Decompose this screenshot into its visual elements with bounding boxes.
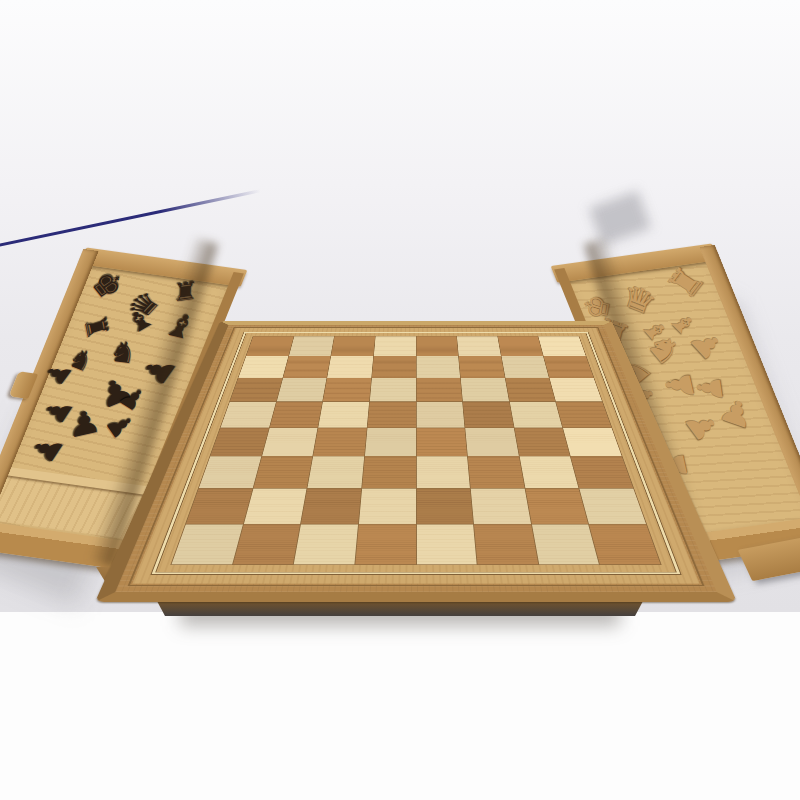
square-h6 xyxy=(550,378,602,401)
dark-pawn-piece: ♟ xyxy=(66,404,102,443)
square-h5 xyxy=(556,402,611,428)
square-c2 xyxy=(301,489,361,524)
square-g1 xyxy=(532,525,599,565)
square-a8 xyxy=(246,336,293,356)
square-c6 xyxy=(323,378,371,401)
square-f5 xyxy=(463,402,514,428)
board-inlay-border xyxy=(152,332,681,574)
dark-knight-piece: ♞ xyxy=(105,338,142,369)
square-h3 xyxy=(571,457,633,489)
square-f6 xyxy=(461,378,509,401)
square-e5 xyxy=(416,402,464,428)
square-c1 xyxy=(294,525,358,565)
square-f1 xyxy=(474,525,538,565)
square-h8 xyxy=(539,336,586,356)
square-c4 xyxy=(313,428,366,456)
dark-pawn-piece: ♟ xyxy=(25,432,71,467)
backdrop-floor xyxy=(0,612,800,800)
square-g3 xyxy=(520,457,579,489)
square-b5 xyxy=(270,402,323,428)
square-f8 xyxy=(457,336,501,356)
light-rook-piece: ♜ xyxy=(662,261,712,305)
board-grid xyxy=(170,336,661,565)
square-e7 xyxy=(416,356,460,377)
square-d4 xyxy=(365,428,416,456)
square-e8 xyxy=(416,336,458,356)
square-d6 xyxy=(370,378,416,401)
square-e3 xyxy=(416,457,470,489)
square-e1 xyxy=(416,525,476,565)
square-c7 xyxy=(327,356,373,377)
square-b6 xyxy=(277,378,327,401)
square-a6 xyxy=(230,378,282,401)
square-b7 xyxy=(283,356,331,377)
square-a1 xyxy=(171,525,242,565)
square-f7 xyxy=(459,356,505,377)
square-g5 xyxy=(510,402,563,428)
square-b4 xyxy=(262,428,318,456)
dark-king-piece: ♚ xyxy=(84,266,130,306)
square-c8 xyxy=(331,336,375,356)
square-a7 xyxy=(239,356,289,377)
square-c3 xyxy=(308,457,364,489)
photo-stage: ♚♛♜♜♝♝♞♞♟♟♟♟♟♟♟♟ ♚♛♜♜♝♝♞♞♟♟♟♟♟♟♟♟ xyxy=(0,0,800,800)
square-a2 xyxy=(186,489,252,524)
square-b3 xyxy=(253,457,312,489)
square-d5 xyxy=(367,402,415,428)
square-f2 xyxy=(471,489,531,524)
square-h4 xyxy=(563,428,621,456)
square-b8 xyxy=(289,336,334,356)
square-c5 xyxy=(319,402,370,428)
square-b1 xyxy=(233,525,300,565)
square-e4 xyxy=(416,428,467,456)
square-a5 xyxy=(221,402,276,428)
square-h1 xyxy=(589,525,660,565)
square-e2 xyxy=(416,489,473,524)
square-e6 xyxy=(416,378,462,401)
dark-rook-piece: ♜ xyxy=(79,312,112,342)
square-g4 xyxy=(514,428,570,456)
square-a4 xyxy=(210,428,268,456)
square-d7 xyxy=(372,356,416,377)
square-d2 xyxy=(359,489,416,524)
square-g2 xyxy=(525,489,588,524)
square-f3 xyxy=(468,457,524,489)
square-d8 xyxy=(374,336,416,356)
board-frame xyxy=(115,325,717,592)
square-h2 xyxy=(580,489,646,524)
square-a3 xyxy=(199,457,261,489)
square-f4 xyxy=(465,428,518,456)
square-d1 xyxy=(355,525,415,565)
square-b2 xyxy=(244,489,307,524)
square-g6 xyxy=(505,378,555,401)
square-h7 xyxy=(544,356,594,377)
square-g8 xyxy=(498,336,543,356)
square-d3 xyxy=(362,457,416,489)
square-g7 xyxy=(501,356,549,377)
